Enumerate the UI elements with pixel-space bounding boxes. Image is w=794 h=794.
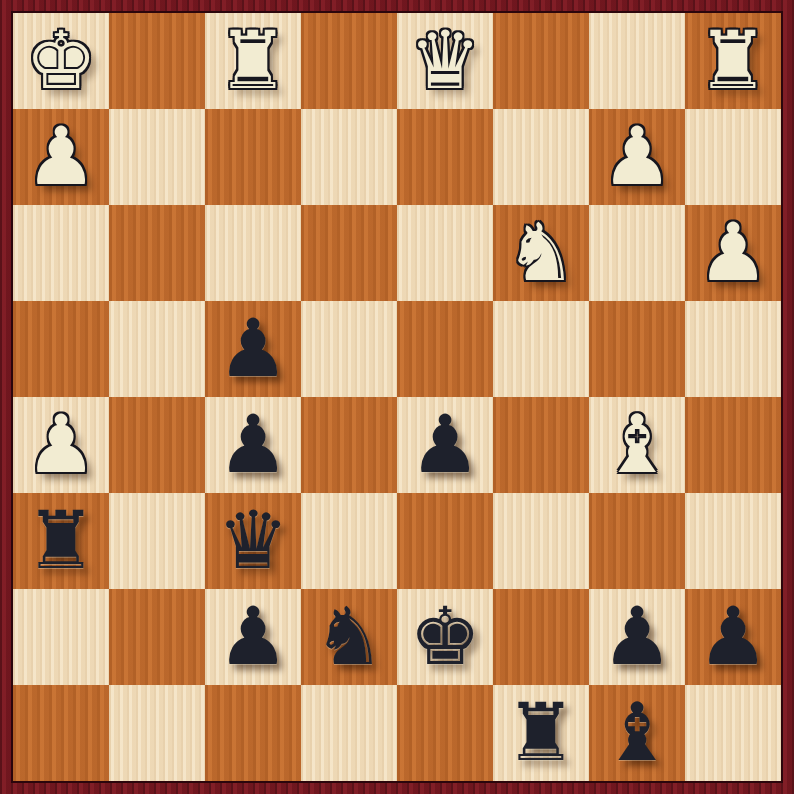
square-h6[interactable]: ♟ [685,205,781,301]
white-pawn[interactable]: ♟ [13,397,109,493]
black-pawn[interactable]: ♟ [205,589,301,685]
square-a2[interactable] [13,589,109,685]
square-e7[interactable] [397,109,493,205]
square-b7[interactable] [109,109,205,205]
square-e1[interactable] [397,685,493,781]
white-pawn[interactable]: ♟ [589,109,685,205]
square-f4[interactable] [493,397,589,493]
square-e8[interactable]: ♛ [397,13,493,109]
square-g4[interactable]: ♝ [589,397,685,493]
square-c6[interactable] [205,205,301,301]
square-e3[interactable] [397,493,493,589]
square-c7[interactable] [205,109,301,205]
square-h8[interactable]: ♜ [685,13,781,109]
square-b4[interactable] [109,397,205,493]
square-f2[interactable] [493,589,589,685]
square-g1[interactable]: ♝ [589,685,685,781]
board-frame: ♚♜♛♜♟♟♞♟♟♟♟♟♝♜♛♟♞♚♟♟♜♝ [0,0,794,794]
square-b5[interactable] [109,301,205,397]
square-f5[interactable] [493,301,589,397]
square-h3[interactable] [685,493,781,589]
square-d6[interactable] [301,205,397,301]
black-pawn[interactable]: ♟ [205,301,301,397]
square-f6[interactable]: ♞ [493,205,589,301]
square-b3[interactable] [109,493,205,589]
square-a4[interactable]: ♟ [13,397,109,493]
black-pawn[interactable]: ♟ [685,589,781,685]
square-h7[interactable] [685,109,781,205]
square-e4[interactable]: ♟ [397,397,493,493]
square-c3[interactable]: ♛ [205,493,301,589]
black-queen[interactable]: ♛ [205,493,301,589]
black-rook[interactable]: ♜ [13,493,109,589]
square-d2[interactable]: ♞ [301,589,397,685]
square-h1[interactable] [685,685,781,781]
white-queen[interactable]: ♛ [397,13,493,109]
square-d4[interactable] [301,397,397,493]
square-a6[interactable] [13,205,109,301]
white-rook[interactable]: ♜ [685,13,781,109]
white-knight[interactable]: ♞ [493,205,589,301]
square-h4[interactable] [685,397,781,493]
black-knight[interactable]: ♞ [301,589,397,685]
square-g3[interactable] [589,493,685,589]
board: ♚♜♛♜♟♟♞♟♟♟♟♟♝♜♛♟♞♚♟♟♜♝ [11,11,783,783]
square-c4[interactable]: ♟ [205,397,301,493]
square-c2[interactable]: ♟ [205,589,301,685]
square-e5[interactable] [397,301,493,397]
black-king[interactable]: ♚ [397,589,493,685]
square-d1[interactable] [301,685,397,781]
square-c8[interactable]: ♜ [205,13,301,109]
square-a1[interactable] [13,685,109,781]
square-b6[interactable] [109,205,205,301]
square-g6[interactable] [589,205,685,301]
white-pawn[interactable]: ♟ [685,205,781,301]
square-h2[interactable]: ♟ [685,589,781,685]
square-g7[interactable]: ♟ [589,109,685,205]
square-a8[interactable]: ♚ [13,13,109,109]
square-d5[interactable] [301,301,397,397]
black-rook[interactable]: ♜ [493,685,589,781]
square-a3[interactable]: ♜ [13,493,109,589]
square-f3[interactable] [493,493,589,589]
square-e2[interactable]: ♚ [397,589,493,685]
square-d3[interactable] [301,493,397,589]
square-h5[interactable] [685,301,781,397]
square-g8[interactable] [589,13,685,109]
white-king[interactable]: ♚ [13,13,109,109]
black-pawn[interactable]: ♟ [589,589,685,685]
square-d8[interactable] [301,13,397,109]
square-c1[interactable] [205,685,301,781]
square-f1[interactable]: ♜ [493,685,589,781]
white-bishop[interactable]: ♝ [589,397,685,493]
square-b2[interactable] [109,589,205,685]
square-b1[interactable] [109,685,205,781]
square-b8[interactable] [109,13,205,109]
square-a7[interactable]: ♟ [13,109,109,205]
white-pawn[interactable]: ♟ [13,109,109,205]
square-e6[interactable] [397,205,493,301]
black-pawn[interactable]: ♟ [397,397,493,493]
square-f7[interactable] [493,109,589,205]
square-g5[interactable] [589,301,685,397]
square-g2[interactable]: ♟ [589,589,685,685]
square-f8[interactable] [493,13,589,109]
white-rook[interactable]: ♜ [205,13,301,109]
square-c5[interactable]: ♟ [205,301,301,397]
square-a5[interactable] [13,301,109,397]
black-bishop[interactable]: ♝ [589,685,685,781]
black-pawn[interactable]: ♟ [205,397,301,493]
square-d7[interactable] [301,109,397,205]
